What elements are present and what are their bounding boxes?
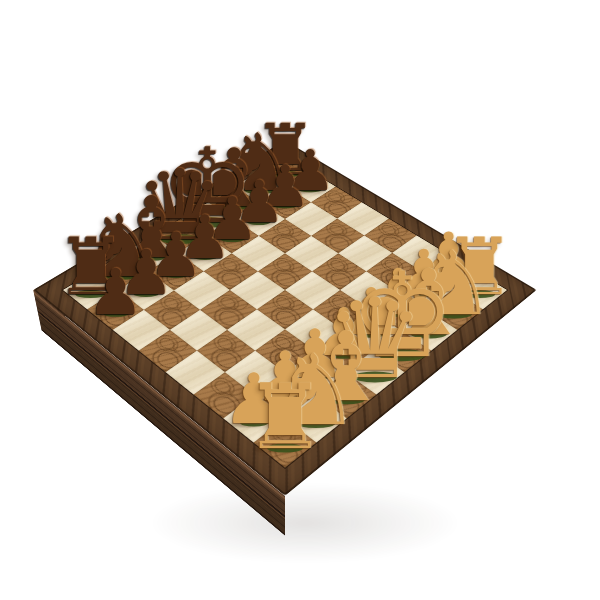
product-photo-stage: ♜♞♟♝♟♚♟♛♟♝♟♟♞♟♜♟♜♟♞♟♟♝♟♚♟♛♟♝♟♞♟♜	[0, 0, 600, 600]
piece-white-rook[interactable]: ♜	[245, 372, 326, 462]
piece-black-pawn[interactable]: ♟	[87, 261, 144, 324]
pieces-layer: ♜♞♟♝♟♚♟♛♟♝♟♟♞♟♜♟♜♟♞♟♟♝♟♚♟♛♟♝♟♞♟♜	[0, 0, 600, 600]
